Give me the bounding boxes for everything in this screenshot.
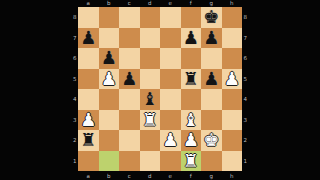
square-a1[interactable] <box>78 151 99 172</box>
file-label-e: e <box>160 0 181 7</box>
square-b3[interactable] <box>99 110 120 131</box>
square-e2[interactable]: ♟ <box>160 130 181 151</box>
piece-white-rook-d3[interactable]: ♜ <box>142 111 158 129</box>
square-d1[interactable] <box>140 151 161 172</box>
square-a4[interactable] <box>78 89 99 110</box>
square-d8[interactable] <box>140 7 161 28</box>
square-e8[interactable] <box>160 7 181 28</box>
piece-black-king-g8[interactable]: ♚ <box>203 8 219 26</box>
square-g7[interactable]: ♟ <box>201 28 222 49</box>
square-e1[interactable] <box>160 151 181 172</box>
rank-label-7: 7 <box>242 28 250 49</box>
file-label-d: d <box>140 0 161 7</box>
square-d7[interactable] <box>140 28 161 49</box>
square-g6[interactable] <box>201 48 222 69</box>
file-label-e: e <box>160 173 181 180</box>
square-a5[interactable] <box>78 69 99 90</box>
piece-white-pawn-h5[interactable]: ♟ <box>224 70 240 88</box>
rank-label-2: 2 <box>242 130 250 151</box>
square-a8[interactable] <box>78 7 99 28</box>
rank-label-3: 3 <box>242 110 250 131</box>
square-b2[interactable] <box>99 130 120 151</box>
square-h6[interactable] <box>222 48 243 69</box>
square-g4[interactable] <box>201 89 222 110</box>
square-b6[interactable]: ♟ <box>99 48 120 69</box>
file-label-c: c <box>119 0 140 7</box>
square-b7[interactable] <box>99 28 120 49</box>
piece-black-pawn-a7[interactable]: ♟ <box>80 29 96 47</box>
square-g2[interactable]: ♚ <box>201 130 222 151</box>
rank-label-5: 5 <box>242 69 250 90</box>
piece-black-rook-f5[interactable]: ♜ <box>183 70 199 88</box>
square-f4[interactable] <box>181 89 202 110</box>
square-h8[interactable] <box>222 7 243 28</box>
square-h1[interactable] <box>222 151 243 172</box>
file-label-f: f <box>181 0 202 7</box>
chess-board: ♚♟♟♟♟♟♟♜♟♟♝♟♜♝♜♟♟♚♜ <box>78 7 242 171</box>
piece-black-pawn-g5[interactable]: ♟ <box>203 70 219 88</box>
piece-white-bishop-f3[interactable]: ♝ <box>183 111 199 129</box>
square-e5[interactable] <box>160 69 181 90</box>
square-a6[interactable] <box>78 48 99 69</box>
square-h5[interactable]: ♟ <box>222 69 243 90</box>
piece-white-rook-f1[interactable]: ♜ <box>183 152 199 170</box>
file-label-f: f <box>181 173 202 180</box>
square-d6[interactable] <box>140 48 161 69</box>
square-c4[interactable] <box>119 89 140 110</box>
rank-label-1: 1 <box>242 151 250 172</box>
square-f3[interactable]: ♝ <box>181 110 202 131</box>
square-g5[interactable]: ♟ <box>201 69 222 90</box>
square-f6[interactable] <box>181 48 202 69</box>
square-h4[interactable] <box>222 89 243 110</box>
piece-white-pawn-a3[interactable]: ♟ <box>80 111 96 129</box>
square-b4[interactable] <box>99 89 120 110</box>
file-label-b: b <box>99 173 120 180</box>
square-b1[interactable] <box>99 151 120 172</box>
square-c8[interactable] <box>119 7 140 28</box>
rank-label-6: 6 <box>70 48 78 69</box>
square-g3[interactable] <box>201 110 222 131</box>
file-label-a: a <box>78 173 99 180</box>
square-a3[interactable]: ♟ <box>78 110 99 131</box>
square-h3[interactable] <box>222 110 243 131</box>
square-c3[interactable] <box>119 110 140 131</box>
piece-black-bishop-d4[interactable]: ♝ <box>142 90 158 108</box>
file-label-d: d <box>140 173 161 180</box>
square-e4[interactable] <box>160 89 181 110</box>
square-d5[interactable] <box>140 69 161 90</box>
square-c6[interactable] <box>119 48 140 69</box>
square-f8[interactable] <box>181 7 202 28</box>
rank-label-2: 2 <box>70 130 78 151</box>
square-d4[interactable]: ♝ <box>140 89 161 110</box>
square-f7[interactable]: ♟ <box>181 28 202 49</box>
square-b8[interactable] <box>99 7 120 28</box>
square-c7[interactable] <box>119 28 140 49</box>
rank-label-8: 8 <box>242 7 250 28</box>
square-a7[interactable]: ♟ <box>78 28 99 49</box>
rank-label-4: 4 <box>70 89 78 110</box>
square-e7[interactable] <box>160 28 181 49</box>
square-f2[interactable]: ♟ <box>181 130 202 151</box>
chessboard-panel: abcdefgh abcdefgh 87654321 87654321 ♚♟♟♟… <box>70 0 250 180</box>
square-f1[interactable]: ♜ <box>181 151 202 172</box>
file-label-c: c <box>119 173 140 180</box>
rank-label-7: 7 <box>70 28 78 49</box>
piece-black-pawn-f7[interactable]: ♟ <box>183 29 199 47</box>
file-label-h: h <box>222 0 243 7</box>
piece-white-pawn-b5[interactable]: ♟ <box>101 70 117 88</box>
square-h7[interactable] <box>222 28 243 49</box>
rank-label-3: 3 <box>70 110 78 131</box>
square-g8[interactable]: ♚ <box>201 7 222 28</box>
rank-labels-left: 87654321 <box>70 7 78 171</box>
file-label-g: g <box>201 173 222 180</box>
square-c1[interactable] <box>119 151 140 172</box>
square-f5[interactable]: ♜ <box>181 69 202 90</box>
file-label-h: h <box>222 173 243 180</box>
rank-label-5: 5 <box>70 69 78 90</box>
piece-black-pawn-g7[interactable]: ♟ <box>203 29 219 47</box>
piece-black-rook-a2[interactable]: ♜ <box>80 131 96 149</box>
rank-label-6: 6 <box>242 48 250 69</box>
piece-white-pawn-f2[interactable]: ♟ <box>183 131 199 149</box>
square-a2[interactable]: ♜ <box>78 130 99 151</box>
square-d2[interactable] <box>140 130 161 151</box>
rank-labels-right: 87654321 <box>242 7 250 171</box>
piece-white-king-g2[interactable]: ♚ <box>203 131 219 149</box>
piece-white-pawn-e2[interactable]: ♟ <box>162 131 178 149</box>
piece-black-pawn-c5[interactable]: ♟ <box>121 70 137 88</box>
square-g1[interactable] <box>201 151 222 172</box>
file-label-a: a <box>78 0 99 7</box>
square-e6[interactable] <box>160 48 181 69</box>
square-e3[interactable] <box>160 110 181 131</box>
rank-label-1: 1 <box>70 151 78 172</box>
video-frame: abcdefgh abcdefgh 87654321 87654321 ♚♟♟♟… <box>0 0 320 180</box>
rank-label-8: 8 <box>70 7 78 28</box>
rank-label-4: 4 <box>242 89 250 110</box>
piece-black-pawn-b6[interactable]: ♟ <box>101 49 117 67</box>
square-c2[interactable] <box>119 130 140 151</box>
file-label-b: b <box>99 0 120 7</box>
square-c5[interactable]: ♟ <box>119 69 140 90</box>
square-b5[interactable]: ♟ <box>99 69 120 90</box>
square-d3[interactable]: ♜ <box>140 110 161 131</box>
square-h2[interactable] <box>222 130 243 151</box>
file-labels-bottom: abcdefgh <box>78 173 242 180</box>
